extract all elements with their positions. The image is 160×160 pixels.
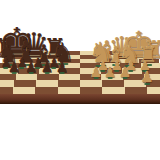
board-frame-front-rail [0, 94, 160, 104]
chess-piece-dark-pawn: ♟ [8, 60, 21, 74]
board-square [0, 80, 14, 87]
chess-piece-dark-pawn: ♟ [56, 60, 69, 74]
chess-piece-light-pawn: ♟ [140, 70, 153, 85]
chess-piece-dark-pawn: ♟ [25, 60, 38, 74]
board-square [14, 80, 36, 87]
board-square [102, 80, 124, 87]
board-rank-row [0, 80, 160, 87]
board-square [80, 80, 102, 87]
board-square [36, 80, 58, 87]
chess-piece-light-pawn: ♟ [119, 65, 132, 79]
board-square [58, 80, 80, 87]
chess-piece-dark-pawn: ♟ [41, 60, 54, 74]
chess-piece-light-pawn: ♟ [104, 65, 117, 79]
chess-piece-light-pawn: ♟ [90, 65, 103, 79]
chess-set-photo: ♜♚♛♜♞♝♝♞♟♟♟♟♟♟♟♟♝♛♚♜♞♝♞♜♟♟♟♟♟♟♟♟ [0, 0, 160, 160]
